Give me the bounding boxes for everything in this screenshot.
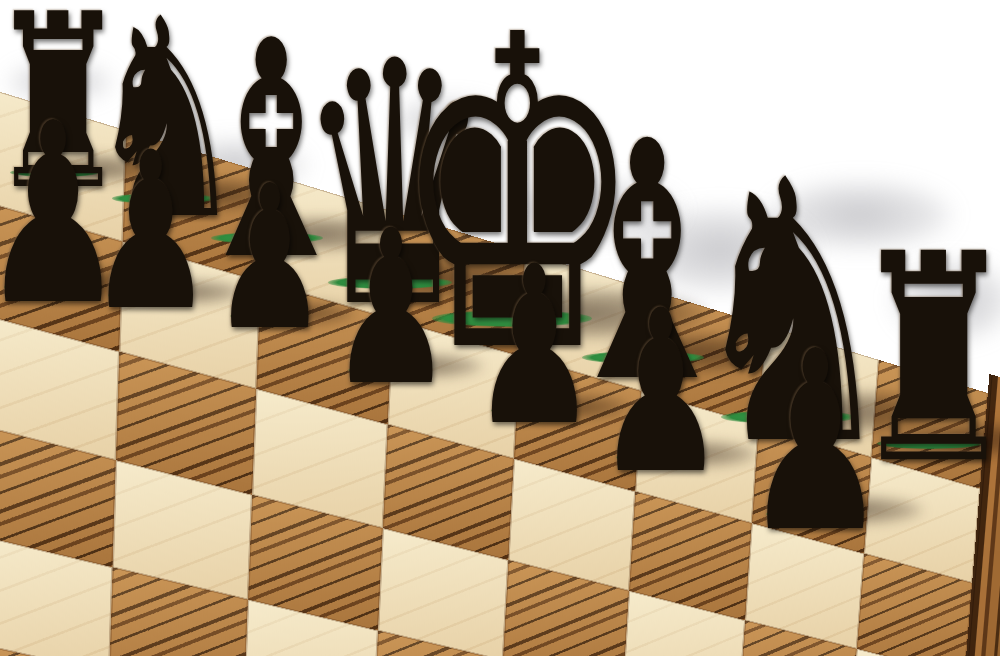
piece-black-pawn-c7[interactable]: ♟: [212, 187, 323, 329]
piece-black-pawn-e7[interactable]: ♟: [471, 269, 593, 425]
piece-black-pawn-b7[interactable]: ♟: [88, 155, 209, 310]
piece-black-pawn-f7[interactable]: ♟: [596, 313, 721, 473]
piece-black-pawn-g7[interactable]: ♟: [743, 354, 881, 531]
chess-set-photo: ♜♞♝♛♚♝♞♜♟♟♟♟♟♟♟: [0, 0, 1000, 656]
piece-black-pawn-d7[interactable]: ♟: [329, 232, 448, 384]
